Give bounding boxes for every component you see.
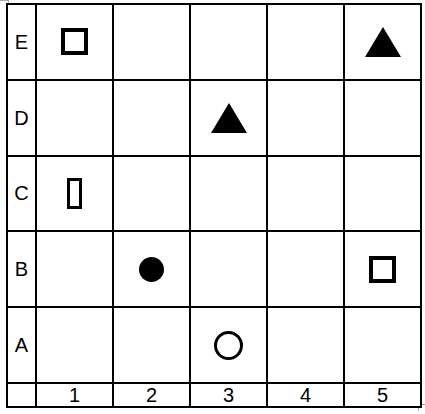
coordinate-grid-board: E D C B A 1 2 3: [6, 3, 422, 408]
corner-cell: [8, 384, 35, 406]
screen: E D C B A 1 2 3: [0, 0, 425, 414]
cell-B2: [114, 232, 189, 306]
cell-D2: [114, 81, 189, 155]
cell-B3: [191, 232, 266, 306]
cell-B4: [268, 232, 343, 306]
cell-C1: [37, 157, 112, 231]
cell-E1: [37, 5, 112, 79]
cell-B1: [37, 232, 112, 306]
cell-A3: [191, 308, 266, 382]
cell-B5: [345, 232, 420, 306]
cell-C3: [191, 157, 266, 231]
cell-D1: [37, 81, 112, 155]
cell-A4: [268, 308, 343, 382]
cell-C5: [345, 157, 420, 231]
cell-E5: [345, 5, 420, 79]
cell-C2: [114, 157, 189, 231]
row-label-B: B: [8, 232, 35, 306]
col-label-2: 2: [114, 384, 189, 406]
open-square-shape: [61, 28, 88, 55]
filled-circle-shape: [139, 257, 164, 282]
row-label-A: A: [8, 308, 35, 382]
cell-D3: [191, 81, 266, 155]
cell-A1: [37, 308, 112, 382]
cell-D5: [345, 81, 420, 155]
col-label-1: 1: [37, 384, 112, 406]
filled-triangle-shape: [365, 27, 401, 57]
col-label-4: 4: [268, 384, 343, 406]
row-label-E: E: [8, 5, 35, 79]
cell-D4: [268, 81, 343, 155]
col-label-3: 3: [191, 384, 266, 406]
cell-E3: [191, 5, 266, 79]
col-label-5: 5: [345, 384, 420, 406]
row-label-D: D: [8, 81, 35, 155]
open-rectangle-shape: [67, 178, 82, 209]
cell-E4: [268, 5, 343, 79]
open-circle-shape: [214, 331, 243, 360]
open-square-shape: [369, 256, 396, 283]
filled-triangle-shape: [211, 103, 247, 133]
row-label-C: C: [8, 157, 35, 231]
cell-A5: [345, 308, 420, 382]
cell-A2: [114, 308, 189, 382]
cell-E2: [114, 5, 189, 79]
cell-C4: [268, 157, 343, 231]
